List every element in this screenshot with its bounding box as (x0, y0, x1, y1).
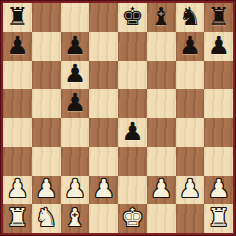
white-king[interactable]: ♚ (121, 205, 143, 230)
white-pawn[interactable]: ♟ (150, 176, 172, 201)
square-c4[interactable] (61, 118, 90, 147)
square-e5[interactable] (118, 89, 147, 118)
square-d6[interactable] (89, 61, 118, 90)
black-bishop[interactable]: ♝ (150, 4, 172, 29)
square-e1[interactable]: ♚ (118, 204, 147, 233)
square-d7[interactable] (89, 32, 118, 61)
square-b8[interactable] (32, 3, 61, 32)
black-pawn[interactable]: ♟ (207, 33, 229, 58)
square-c7[interactable]: ♟ (61, 32, 90, 61)
square-b6[interactable] (32, 61, 61, 90)
square-f1[interactable] (147, 204, 176, 233)
square-c6[interactable]: ♟ (61, 61, 90, 90)
black-knight[interactable]: ♞ (179, 4, 201, 29)
square-a4[interactable] (3, 118, 32, 147)
square-c1[interactable]: ♝ (61, 204, 90, 233)
square-h4[interactable] (204, 118, 233, 147)
square-e3[interactable] (118, 147, 147, 176)
square-a5[interactable] (3, 89, 32, 118)
black-pawn[interactable]: ♟ (64, 33, 86, 58)
black-rook[interactable]: ♜ (207, 4, 229, 29)
square-f3[interactable] (147, 147, 176, 176)
white-pawn[interactable]: ♟ (179, 176, 201, 201)
square-a3[interactable] (3, 147, 32, 176)
square-g4[interactable] (176, 118, 205, 147)
square-h8[interactable]: ♜ (204, 3, 233, 32)
square-d1[interactable] (89, 204, 118, 233)
white-pawn[interactable]: ♟ (35, 176, 57, 201)
square-g1[interactable] (176, 204, 205, 233)
square-h2[interactable]: ♟ (204, 176, 233, 205)
white-pawn[interactable]: ♟ (207, 176, 229, 201)
square-e4[interactable]: ♟ (118, 118, 147, 147)
square-b5[interactable] (32, 89, 61, 118)
square-g6[interactable] (176, 61, 205, 90)
square-d2[interactable]: ♟ (89, 176, 118, 205)
square-b7[interactable] (32, 32, 61, 61)
square-d5[interactable] (89, 89, 118, 118)
white-knight[interactable]: ♞ (35, 205, 57, 230)
square-f5[interactable] (147, 89, 176, 118)
chess-board: ♜♚♝♞♜♟♟♟♟♟♟♟♟♟♟♟♟♟♟♜♞♝♚♜ (3, 3, 233, 233)
white-bishop[interactable]: ♝ (64, 205, 86, 230)
square-b3[interactable] (32, 147, 61, 176)
square-f4[interactable] (147, 118, 176, 147)
square-c2[interactable]: ♟ (61, 176, 90, 205)
square-b2[interactable]: ♟ (32, 176, 61, 205)
square-e8[interactable]: ♚ (118, 3, 147, 32)
square-e6[interactable] (118, 61, 147, 90)
black-rook[interactable]: ♜ (6, 4, 28, 29)
board-frame: ♜♚♝♞♜♟♟♟♟♟♟♟♟♟♟♟♟♟♟♜♞♝♚♜ (0, 0, 236, 236)
black-pawn[interactable]: ♟ (6, 33, 28, 58)
square-g3[interactable] (176, 147, 205, 176)
square-a7[interactable]: ♟ (3, 32, 32, 61)
square-f7[interactable] (147, 32, 176, 61)
square-h5[interactable] (204, 89, 233, 118)
square-e7[interactable] (118, 32, 147, 61)
white-rook[interactable]: ♜ (6, 205, 28, 230)
black-pawn[interactable]: ♟ (179, 33, 201, 58)
white-rook[interactable]: ♜ (207, 205, 229, 230)
square-a6[interactable] (3, 61, 32, 90)
white-pawn[interactable]: ♟ (92, 176, 114, 201)
square-e2[interactable] (118, 176, 147, 205)
white-pawn[interactable]: ♟ (64, 176, 86, 201)
square-d4[interactable] (89, 118, 118, 147)
square-d8[interactable] (89, 3, 118, 32)
square-a8[interactable]: ♜ (3, 3, 32, 32)
black-king[interactable]: ♚ (121, 4, 143, 29)
square-c3[interactable] (61, 147, 90, 176)
square-f6[interactable] (147, 61, 176, 90)
square-d3[interactable] (89, 147, 118, 176)
black-pawn[interactable]: ♟ (64, 90, 86, 115)
white-pawn[interactable]: ♟ (6, 176, 28, 201)
square-c5[interactable]: ♟ (61, 89, 90, 118)
square-h1[interactable]: ♜ (204, 204, 233, 233)
square-h3[interactable] (204, 147, 233, 176)
square-b4[interactable] (32, 118, 61, 147)
square-c8[interactable] (61, 3, 90, 32)
square-a1[interactable]: ♜ (3, 204, 32, 233)
square-g8[interactable]: ♞ (176, 3, 205, 32)
square-h6[interactable] (204, 61, 233, 90)
square-a2[interactable]: ♟ (3, 176, 32, 205)
square-b1[interactable]: ♞ (32, 204, 61, 233)
square-h7[interactable]: ♟ (204, 32, 233, 61)
black-pawn[interactable]: ♟ (121, 119, 143, 144)
square-g2[interactable]: ♟ (176, 176, 205, 205)
square-g5[interactable] (176, 89, 205, 118)
square-g7[interactable]: ♟ (176, 32, 205, 61)
square-f8[interactable]: ♝ (147, 3, 176, 32)
square-f2[interactable]: ♟ (147, 176, 176, 205)
black-pawn[interactable]: ♟ (64, 61, 86, 86)
